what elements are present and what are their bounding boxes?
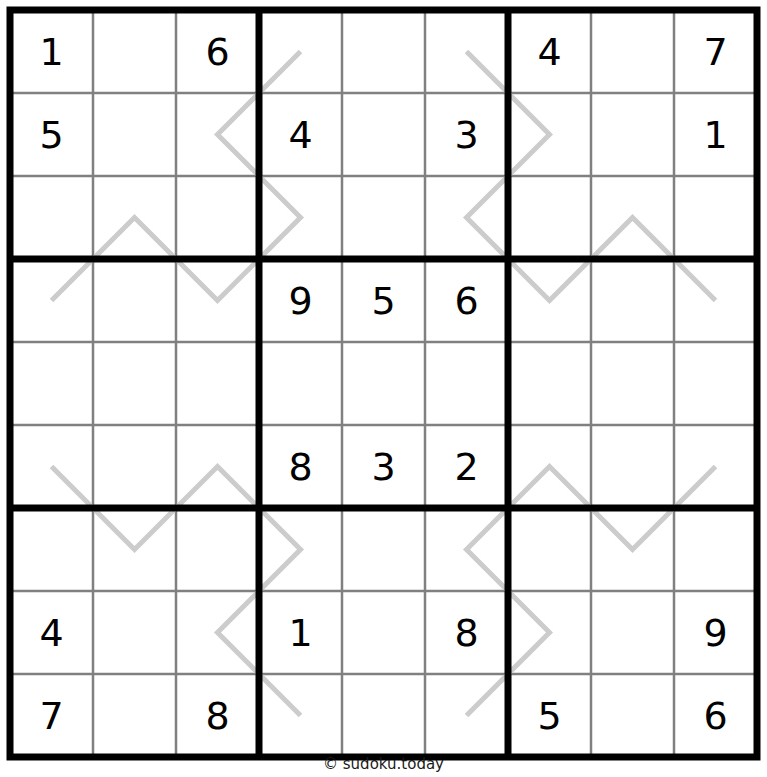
cell-r9c7: 5 [508, 674, 591, 757]
cell-r9c1: 7 [10, 674, 93, 757]
cell-r8c3[interactable] [176, 591, 259, 674]
cell-r7c4[interactable] [259, 508, 342, 591]
cell-r4c8[interactable] [591, 259, 674, 342]
cell-r7c3[interactable] [176, 508, 259, 591]
cell-r3c1[interactable] [10, 176, 93, 259]
cell-r9c9: 6 [674, 674, 757, 757]
cell-r2c1: 5 [10, 93, 93, 176]
cell-r5c7[interactable] [508, 342, 591, 425]
cell-r5c1[interactable] [10, 342, 93, 425]
cell-r4c3[interactable] [176, 259, 259, 342]
cell-r9c8[interactable] [591, 674, 674, 757]
cell-r7c5[interactable] [342, 508, 425, 591]
cell-r4c7[interactable] [508, 259, 591, 342]
cell-r4c1[interactable] [10, 259, 93, 342]
cell-r7c1[interactable] [10, 508, 93, 591]
cell-r6c6: 2 [425, 425, 508, 508]
cell-r1c4[interactable] [259, 10, 342, 93]
cell-r8c7[interactable] [508, 591, 591, 674]
cell-r8c9: 9 [674, 591, 757, 674]
cell-r4c2[interactable] [93, 259, 176, 342]
cell-r3c8[interactable] [591, 176, 674, 259]
cell-r7c2[interactable] [93, 508, 176, 591]
cell-r7c8[interactable] [591, 508, 674, 591]
cell-r7c7[interactable] [508, 508, 591, 591]
cell-r1c8[interactable] [591, 10, 674, 93]
cell-r3c9[interactable] [674, 176, 757, 259]
cell-r3c6[interactable] [425, 176, 508, 259]
cell-r7c6[interactable] [425, 508, 508, 591]
cell-r7c9[interactable] [674, 508, 757, 591]
cell-r1c3: 6 [176, 10, 259, 93]
cell-r6c1[interactable] [10, 425, 93, 508]
credit-text: © sudoku.today [0, 755, 767, 773]
cell-r6c3[interactable] [176, 425, 259, 508]
cell-r1c2[interactable] [93, 10, 176, 93]
cell-r3c7[interactable] [508, 176, 591, 259]
cell-r2c9: 1 [674, 93, 757, 176]
cell-r5c5[interactable] [342, 342, 425, 425]
cell-r4c9[interactable] [674, 259, 757, 342]
cell-r4c4: 9 [259, 259, 342, 342]
cell-r2c5[interactable] [342, 93, 425, 176]
cell-r5c3[interactable] [176, 342, 259, 425]
cell-r8c1: 4 [10, 591, 93, 674]
cell-r6c9[interactable] [674, 425, 757, 508]
cell-r2c6: 3 [425, 93, 508, 176]
cell-r1c5[interactable] [342, 10, 425, 93]
cell-r5c9[interactable] [674, 342, 757, 425]
cell-r3c2[interactable] [93, 176, 176, 259]
cell-r5c4[interactable] [259, 342, 342, 425]
cell-r4c5: 5 [342, 259, 425, 342]
cell-r2c4: 4 [259, 93, 342, 176]
cell-r8c4: 1 [259, 591, 342, 674]
cell-r6c5: 3 [342, 425, 425, 508]
cell-r5c6[interactable] [425, 342, 508, 425]
cell-r1c6[interactable] [425, 10, 508, 93]
cell-r6c2[interactable] [93, 425, 176, 508]
cell-r3c3[interactable] [176, 176, 259, 259]
cell-r1c7: 4 [508, 10, 591, 93]
cell-r9c3: 8 [176, 674, 259, 757]
cell-r8c8[interactable] [591, 591, 674, 674]
sudoku-board: 1647543195683241897856 © sudoku.today [0, 0, 767, 777]
cell-r2c8[interactable] [591, 93, 674, 176]
cell-r8c6: 8 [425, 591, 508, 674]
cell-r8c5[interactable] [342, 591, 425, 674]
cell-r1c1: 1 [10, 10, 93, 93]
cell-r8c2[interactable] [93, 591, 176, 674]
cell-r6c7[interactable] [508, 425, 591, 508]
cell-r4c6: 6 [425, 259, 508, 342]
cell-r6c4: 8 [259, 425, 342, 508]
cell-r1c9: 7 [674, 10, 757, 93]
cell-r2c7[interactable] [508, 93, 591, 176]
cell-r9c4[interactable] [259, 674, 342, 757]
cell-r9c5[interactable] [342, 674, 425, 757]
cell-r2c3[interactable] [176, 93, 259, 176]
cell-r3c5[interactable] [342, 176, 425, 259]
cell-r3c4[interactable] [259, 176, 342, 259]
cell-r5c2[interactable] [93, 342, 176, 425]
cell-r5c8[interactable] [591, 342, 674, 425]
sudoku-grid: 1647543195683241897856 [10, 10, 757, 757]
cell-r9c6[interactable] [425, 674, 508, 757]
cell-r2c2[interactable] [93, 93, 176, 176]
cell-r9c2[interactable] [93, 674, 176, 757]
cell-r6c8[interactable] [591, 425, 674, 508]
